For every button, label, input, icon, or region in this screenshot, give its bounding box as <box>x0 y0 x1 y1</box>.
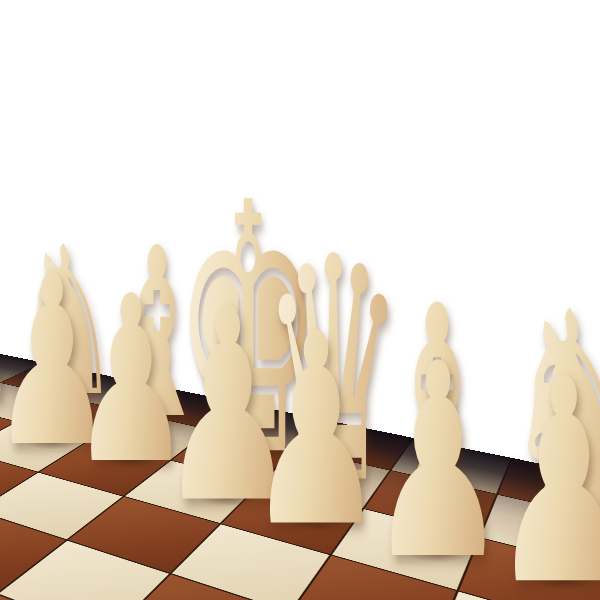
white-pawn-c2[interactable]: ♟ <box>368 328 507 596</box>
white-pawn-d2[interactable]: ♟ <box>247 298 385 563</box>
chess-photo-canvas: ♜♟♞♟♝♟♚♟♛♟♝♟♞♟ <box>0 0 600 600</box>
pieces-layer: ♜♟♞♟♝♟♚♟♛♟♝♟♞♟ <box>0 0 600 600</box>
white-pawn-b2[interactable]: ♟ <box>491 342 600 600</box>
